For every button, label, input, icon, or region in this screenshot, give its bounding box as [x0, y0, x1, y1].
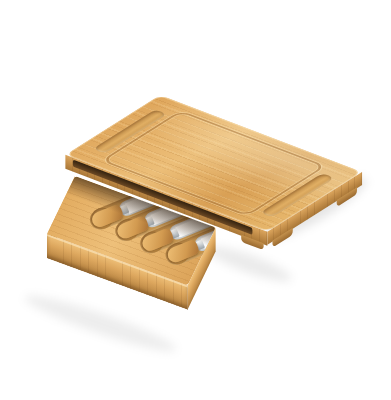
board-foot-front-right [272, 228, 292, 248]
board-foot-back-right [337, 187, 357, 207]
board-foot-front-corner [241, 235, 263, 251]
floor-shadow-under-drawer [21, 288, 179, 359]
product-photo-bamboo-cheese-board [0, 0, 391, 400]
floor-shadow-front-corner [204, 240, 295, 288]
